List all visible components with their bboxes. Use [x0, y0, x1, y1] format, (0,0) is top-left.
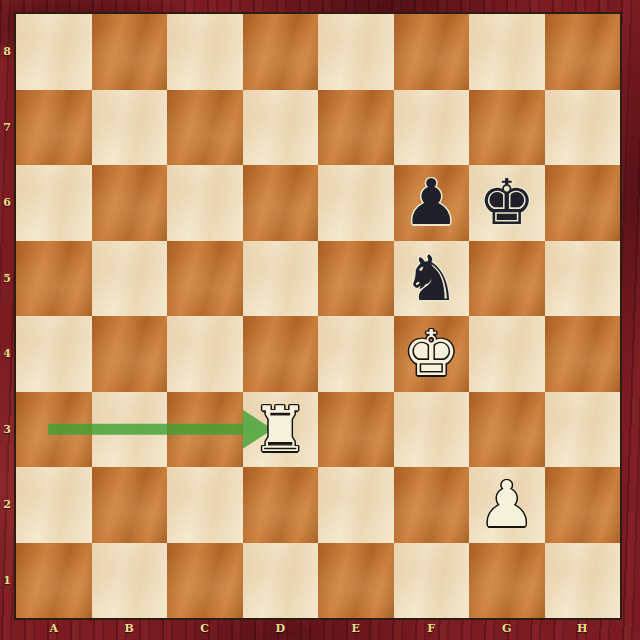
- square-e4[interactable]: [318, 316, 394, 392]
- chessboard: ♟♚♞♚♜♟: [14, 12, 622, 620]
- rank-label-1: 1: [0, 543, 14, 619]
- square-a8[interactable]: [16, 14, 92, 90]
- square-c6[interactable]: [167, 165, 243, 241]
- square-e2[interactable]: [318, 467, 394, 543]
- white-king-f4[interactable]: ♚: [394, 316, 470, 392]
- black-king-g6[interactable]: ♚: [469, 165, 545, 241]
- rank-label-6: 6: [0, 165, 14, 241]
- square-b6[interactable]: [92, 165, 168, 241]
- rank-label-8: 8: [0, 14, 14, 90]
- square-d4[interactable]: [243, 316, 319, 392]
- rank-label-2: 2: [0, 467, 14, 543]
- file-label-h: H: [545, 618, 621, 638]
- black-knight-f5[interactable]: ♞: [394, 241, 470, 317]
- square-h8[interactable]: [545, 14, 621, 90]
- square-a3[interactable]: [16, 392, 92, 468]
- square-g1[interactable]: [469, 543, 545, 619]
- rank-label-3: 3: [0, 392, 14, 468]
- square-b4[interactable]: [92, 316, 168, 392]
- file-label-g: G: [469, 618, 545, 638]
- square-a5[interactable]: [16, 241, 92, 317]
- square-f2[interactable]: [394, 467, 470, 543]
- file-labels: ABCDEFGH: [16, 618, 620, 638]
- square-a2[interactable]: [16, 467, 92, 543]
- square-g3[interactable]: [469, 392, 545, 468]
- square-c8[interactable]: [167, 14, 243, 90]
- square-f3[interactable]: [394, 392, 470, 468]
- rank-label-5: 5: [0, 241, 14, 317]
- square-g5[interactable]: [469, 241, 545, 317]
- black-pawn-f6[interactable]: ♟: [394, 165, 470, 241]
- file-label-a: A: [16, 618, 92, 638]
- square-c4[interactable]: [167, 316, 243, 392]
- square-h4[interactable]: [545, 316, 621, 392]
- square-c7[interactable]: [167, 90, 243, 166]
- square-e1[interactable]: [318, 543, 394, 619]
- square-b8[interactable]: [92, 14, 168, 90]
- square-e8[interactable]: [318, 14, 394, 90]
- square-c3[interactable]: [167, 392, 243, 468]
- white-pawn-g2[interactable]: ♟: [469, 467, 545, 543]
- rank-label-4: 4: [0, 316, 14, 392]
- square-a6[interactable]: [16, 165, 92, 241]
- square-c2[interactable]: [167, 467, 243, 543]
- square-c1[interactable]: [167, 543, 243, 619]
- square-e6[interactable]: [318, 165, 394, 241]
- square-a7[interactable]: [16, 90, 92, 166]
- square-d7[interactable]: [243, 90, 319, 166]
- square-e3[interactable]: [318, 392, 394, 468]
- square-b5[interactable]: [92, 241, 168, 317]
- square-e7[interactable]: [318, 90, 394, 166]
- square-f7[interactable]: [394, 90, 470, 166]
- file-label-b: B: [92, 618, 168, 638]
- square-b3[interactable]: [92, 392, 168, 468]
- square-d5[interactable]: [243, 241, 319, 317]
- square-b7[interactable]: [92, 90, 168, 166]
- file-label-f: F: [394, 618, 470, 638]
- square-g4[interactable]: [469, 316, 545, 392]
- square-d8[interactable]: [243, 14, 319, 90]
- square-b1[interactable]: [92, 543, 168, 619]
- file-label-c: C: [167, 618, 243, 638]
- square-f8[interactable]: [394, 14, 470, 90]
- square-h3[interactable]: [545, 392, 621, 468]
- square-d2[interactable]: [243, 467, 319, 543]
- square-a4[interactable]: [16, 316, 92, 392]
- square-c5[interactable]: [167, 241, 243, 317]
- file-label-e: E: [318, 618, 394, 638]
- square-f1[interactable]: [394, 543, 470, 619]
- square-g8[interactable]: [469, 14, 545, 90]
- square-b2[interactable]: [92, 467, 168, 543]
- square-g7[interactable]: [469, 90, 545, 166]
- square-h5[interactable]: [545, 241, 621, 317]
- chess-board-screenshot: 87654321 ABCDEFGH ♟♚♞♚♜♟: [0, 0, 640, 640]
- square-h7[interactable]: [545, 90, 621, 166]
- file-label-d: D: [243, 618, 319, 638]
- square-h2[interactable]: [545, 467, 621, 543]
- square-e5[interactable]: [318, 241, 394, 317]
- white-rook-d3[interactable]: ♜: [243, 392, 319, 468]
- square-d6[interactable]: [243, 165, 319, 241]
- square-d1[interactable]: [243, 543, 319, 619]
- square-a1[interactable]: [16, 543, 92, 619]
- rank-labels: 87654321: [0, 14, 14, 618]
- square-h1[interactable]: [545, 543, 621, 619]
- square-h6[interactable]: [545, 165, 621, 241]
- rank-label-7: 7: [0, 90, 14, 166]
